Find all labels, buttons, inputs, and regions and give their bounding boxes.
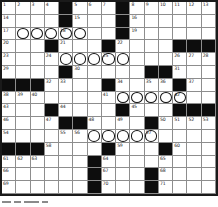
clue-number: 62 [17,156,22,161]
black-cell [2,79,16,92]
white-cell[interactable] [145,104,159,117]
clue-number: 54 [3,130,8,135]
white-cell[interactable]: 50 [159,117,173,130]
white-cell[interactable] [102,104,116,117]
white-cell[interactable] [88,143,102,156]
white-cell[interactable] [102,28,116,41]
white-cell[interactable]: 19 [130,28,144,41]
clue-number: 12 [188,2,193,7]
white-cell[interactable]: 13 [202,2,216,15]
white-cell[interactable]: 68 [159,168,173,181]
white-cell[interactable]: 42 [173,92,187,105]
clue-number: 69 [3,181,8,186]
white-cell[interactable]: 15 [73,15,87,28]
white-cell[interactable]: 11 [173,2,187,15]
white-cell[interactable]: 4 [45,2,59,15]
white-cell[interactable] [88,130,102,143]
black-cell [145,117,159,130]
clue-number: 4 [46,2,49,7]
clue-number: 32 [46,79,51,84]
white-cell[interactable] [45,15,59,28]
white-cell[interactable] [159,92,173,105]
white-cell[interactable] [45,28,59,41]
white-cell[interactable] [16,130,30,143]
white-cell[interactable] [16,168,30,181]
white-cell[interactable] [187,168,201,181]
white-cell[interactable] [73,156,87,169]
black-cell [73,117,87,130]
white-cell[interactable] [31,40,45,53]
clue-number: 17 [3,28,8,33]
white-cell[interactable] [130,92,144,105]
white-cell[interactable] [202,79,216,92]
white-cell[interactable] [73,53,87,66]
white-cell[interactable]: 69 [2,181,16,194]
clue-number: 40 [32,92,37,97]
white-cell[interactable] [202,66,216,79]
white-cell[interactable] [88,92,102,105]
white-cell[interactable] [202,168,216,181]
white-cell[interactable] [45,130,59,143]
white-cell[interactable] [73,28,87,41]
clue-number: 22 [117,40,122,45]
white-cell[interactable]: 27 [187,53,201,66]
white-cell[interactable]: 12 [187,2,201,15]
white-cell[interactable] [130,40,144,53]
white-cell[interactable]: 18 [59,28,73,41]
white-cell[interactable] [88,40,102,53]
clue-number: 15 [74,15,79,20]
white-cell[interactable] [31,117,45,130]
white-cell[interactable] [187,66,201,79]
white-cell[interactable] [102,15,116,28]
clue-number: 64 [103,156,108,161]
caption-text-illegible [42,201,48,204]
clue-number: 19 [131,28,136,33]
white-cell[interactable] [173,168,187,181]
clue-number: 34 [117,79,122,84]
black-cell [145,181,159,194]
white-cell[interactable] [88,53,102,66]
white-cell[interactable]: 52 [187,117,201,130]
white-cell[interactable] [73,143,87,156]
clue-number: 49 [117,117,122,122]
white-cell[interactable] [159,15,173,28]
clue-number: 3 [32,2,35,7]
clue-number: 57 [146,130,151,135]
clue-number: 30 [74,66,79,71]
white-cell[interactable]: 44 [59,104,73,117]
white-cell[interactable]: 6 [88,2,102,15]
white-cell[interactable] [202,156,216,169]
white-cell[interactable] [16,104,30,117]
black-cell [2,143,16,156]
white-cell[interactable] [31,104,45,117]
white-cell[interactable] [59,143,73,156]
black-cell [102,40,116,53]
white-cell[interactable]: 62 [16,156,30,169]
white-cell[interactable] [145,92,159,105]
circle-marker [17,28,29,39]
black-cell [116,28,130,41]
white-cell[interactable] [31,168,45,181]
white-cell[interactable] [31,130,45,143]
white-cell[interactable]: 66 [2,168,16,181]
white-cell[interactable] [45,66,59,79]
clue-number: 43 [3,104,8,109]
white-cell[interactable]: 37 [187,79,201,92]
circle-marker [102,130,114,141]
white-cell[interactable]: 41 [102,92,116,105]
white-cell[interactable] [145,15,159,28]
white-cell[interactable]: 63 [31,156,45,169]
white-cell[interactable] [59,168,73,181]
white-cell[interactable] [159,40,173,53]
clue-number: 35 [146,79,151,84]
white-cell[interactable]: 39 [16,92,30,105]
white-cell[interactable]: 70 [102,181,116,194]
circle-marker [117,92,129,103]
white-cell[interactable]: 56 [73,130,87,143]
white-cell[interactable]: 58 [45,143,59,156]
black-cell [187,40,201,53]
black-cell [45,104,59,117]
white-cell[interactable]: 14 [2,15,16,28]
white-cell[interactable] [159,53,173,66]
clue-number: 51 [174,117,179,122]
clue-number: 53 [203,117,208,122]
white-cell[interactable]: 2 [16,2,30,15]
circle-marker [74,28,86,39]
white-cell[interactable] [159,130,173,143]
white-cell[interactable] [31,15,45,28]
clue-number: 7 [103,2,106,7]
white-cell[interactable] [130,66,144,79]
white-cell[interactable] [145,40,159,53]
white-cell[interactable]: 29 [2,66,16,79]
circle-marker [131,92,143,103]
white-cell[interactable]: 53 [202,117,216,130]
white-cell[interactable] [130,53,144,66]
black-cell [159,66,173,79]
circle-marker [88,53,100,64]
clue-number: 66 [3,168,8,173]
black-cell [202,40,216,53]
white-cell[interactable] [59,156,73,169]
white-cell[interactable]: 26 [173,53,187,66]
white-cell[interactable]: 16 [130,15,144,28]
white-cell[interactable] [173,130,187,143]
circle-marker [45,28,57,39]
white-cell[interactable] [187,181,201,194]
white-cell[interactable]: 28 [202,53,216,66]
white-cell[interactable]: 8 [130,2,144,15]
white-cell[interactable]: 47 [45,117,59,130]
black-cell [31,143,45,156]
clue-number: 25 [103,53,108,58]
black-cell [31,79,45,92]
clue-number: 11 [174,2,179,7]
white-cell[interactable] [145,28,159,41]
clue-number: 67 [103,168,108,173]
white-cell[interactable] [145,156,159,169]
white-cell[interactable] [45,92,59,105]
clue-number: 41 [103,92,108,97]
white-cell[interactable]: 20 [2,40,16,53]
circle-marker [88,130,100,141]
white-cell[interactable] [145,143,159,156]
white-cell[interactable]: 60 [173,143,187,156]
white-cell[interactable] [187,92,201,105]
white-cell[interactable] [187,156,201,169]
circle-marker [160,92,172,103]
white-cell[interactable]: 64 [102,156,116,169]
white-cell[interactable] [16,53,30,66]
white-cell[interactable]: 67 [102,168,116,181]
clue-number: 2 [17,2,20,7]
white-cell[interactable] [73,92,87,105]
clue-number: 56 [74,130,79,135]
white-cell[interactable] [31,66,45,79]
white-cell[interactable] [16,117,30,130]
white-cell[interactable]: 51 [173,117,187,130]
white-cell[interactable]: 49 [116,117,130,130]
black-cell [173,40,187,53]
black-cell [16,143,30,156]
white-cell[interactable] [31,28,45,41]
white-cell[interactable] [130,156,144,169]
black-cell [145,66,159,79]
white-cell[interactable] [45,181,59,194]
circle-marker [145,92,157,103]
white-cell[interactable] [73,40,87,53]
clue-number: 23 [3,53,8,58]
white-cell[interactable] [88,28,102,41]
white-cell[interactable] [202,92,216,105]
clue-number: 59 [117,143,122,148]
white-cell[interactable] [145,53,159,66]
white-cell[interactable]: 54 [2,130,16,143]
black-cell [187,104,201,117]
white-cell[interactable] [73,181,87,194]
white-cell[interactable]: 36 [159,79,173,92]
white-cell[interactable] [130,181,144,194]
white-cell[interactable] [130,130,144,143]
clue-number: 52 [188,117,193,122]
white-cell[interactable] [102,130,116,143]
white-cell[interactable]: 9 [145,2,159,15]
clue-number: 31 [174,66,179,71]
caption-text-illegible [2,201,11,204]
white-cell[interactable] [102,117,116,130]
clue-number: 20 [3,40,8,45]
clue-number: 61 [3,156,8,161]
white-cell[interactable]: 3 [31,2,45,15]
white-cell[interactable]: 17 [2,28,16,41]
white-cell[interactable] [31,53,45,66]
white-cell[interactable] [130,79,144,92]
white-cell[interactable]: 5 [73,2,87,15]
clue-number: 47 [46,117,51,122]
white-cell[interactable]: 61 [2,156,16,169]
clue-number: 13 [203,2,208,7]
white-cell[interactable] [116,130,130,143]
white-cell[interactable]: 46 [2,117,16,130]
white-cell[interactable] [16,181,30,194]
white-cell[interactable]: 55 [59,130,73,143]
white-cell[interactable]: 35 [145,79,159,92]
white-cell[interactable]: 45 [130,104,144,117]
white-cell[interactable]: 10 [159,2,173,15]
white-cell[interactable] [187,15,201,28]
white-cell[interactable] [73,79,87,92]
white-cell[interactable] [116,53,130,66]
white-cell[interactable]: 7 [102,2,116,15]
white-cell[interactable]: 24 [45,53,59,66]
white-cell[interactable] [45,156,59,169]
white-cell[interactable] [16,15,30,28]
white-cell[interactable]: 43 [2,104,16,117]
clue-number: 58 [46,143,51,148]
clue-number: 37 [188,79,193,84]
clue-number: 27 [188,53,193,58]
white-cell[interactable] [59,181,73,194]
clue-number: 71 [160,181,165,186]
white-cell[interactable] [173,156,187,169]
white-cell[interactable]: 21 [59,40,73,53]
clue-number: 65 [160,156,165,161]
white-cell[interactable] [88,79,102,92]
white-cell[interactable] [16,66,30,79]
white-cell[interactable] [159,104,173,117]
white-cell[interactable]: 32 [45,79,59,92]
white-cell[interactable] [116,168,130,181]
white-cell[interactable] [159,28,173,41]
clue-number: 16 [131,15,136,20]
white-cell[interactable]: 65 [159,156,173,169]
clue-number: 36 [160,79,165,84]
white-cell[interactable] [130,143,144,156]
clue-number: 5 [74,2,77,7]
white-cell[interactable] [187,143,201,156]
white-cell[interactable] [202,130,216,143]
white-cell[interactable]: 57 [145,130,159,143]
clue-number: 18 [60,28,65,33]
white-cell[interactable] [31,181,45,194]
white-cell[interactable] [88,15,102,28]
white-cell[interactable] [59,53,73,66]
white-cell[interactable] [173,28,187,41]
clue-number: 55 [60,130,65,135]
white-cell[interactable]: 71 [159,181,173,194]
white-cell[interactable] [116,156,130,169]
black-cell [59,117,73,130]
black-cell [116,104,130,117]
white-cell[interactable]: 59 [116,143,130,156]
white-cell[interactable]: 30 [73,66,87,79]
black-cell [45,40,59,53]
black-cell [202,104,216,117]
white-cell[interactable]: 40 [31,92,45,105]
black-cell [59,66,73,79]
white-cell[interactable] [59,92,73,105]
clue-number: 44 [60,104,65,109]
white-cell[interactable] [187,130,201,143]
clue-number: 68 [160,168,165,173]
white-cell[interactable] [116,66,130,79]
caption-text-illegible [24,201,39,204]
black-cell [16,79,30,92]
white-cell[interactable] [16,40,30,53]
white-cell[interactable] [102,66,116,79]
white-cell[interactable]: 1 [2,2,16,15]
crossword-grid: 1234567891011121314151617181920212223242… [0,0,218,196]
circle-marker [117,53,129,64]
clue-number: 28 [203,53,208,58]
clue-number: 63 [32,156,37,161]
circle-marker [31,28,43,39]
clue-number: 1 [3,2,6,7]
white-cell[interactable] [116,92,130,105]
clue-number: 29 [3,66,8,71]
clue-number: 24 [46,53,51,58]
circle-marker [131,130,143,141]
white-cell[interactable] [187,28,201,41]
white-cell[interactable]: 22 [116,40,130,53]
white-cell[interactable] [173,181,187,194]
white-cell[interactable]: 38 [2,92,16,105]
clue-number: 10 [160,2,165,7]
white-cell[interactable]: 34 [116,79,130,92]
black-cell [116,2,130,15]
white-cell[interactable]: 48 [88,117,102,130]
white-cell[interactable] [88,66,102,79]
black-cell [173,79,187,92]
clue-number: 42 [174,92,179,97]
circle-marker [117,130,129,141]
white-cell[interactable]: 23 [2,53,16,66]
white-cell[interactable] [130,168,144,181]
white-cell[interactable] [202,15,216,28]
circle-marker [60,53,72,64]
white-cell[interactable] [173,15,187,28]
white-cell[interactable] [73,104,87,117]
clue-number: 9 [146,2,149,7]
black-cell [159,143,173,156]
copyright-caption [2,200,48,204]
black-cell [88,156,102,169]
black-cell [173,104,187,117]
white-cell[interactable] [130,117,144,130]
black-cell [59,15,73,28]
white-cell[interactable] [116,181,130,194]
white-cell[interactable] [202,28,216,41]
white-cell[interactable] [202,143,216,156]
white-cell[interactable] [88,104,102,117]
white-cell[interactable] [73,168,87,181]
clue-number: 14 [3,15,8,20]
white-cell[interactable] [16,28,30,41]
white-cell[interactable]: 25 [102,53,116,66]
white-cell[interactable] [202,181,216,194]
black-cell [102,143,116,156]
white-cell[interactable]: 33 [59,79,73,92]
white-cell[interactable] [45,168,59,181]
clue-number: 45 [131,104,136,109]
white-cell[interactable]: 31 [173,66,187,79]
clue-number: 39 [17,92,22,97]
black-cell [145,168,159,181]
